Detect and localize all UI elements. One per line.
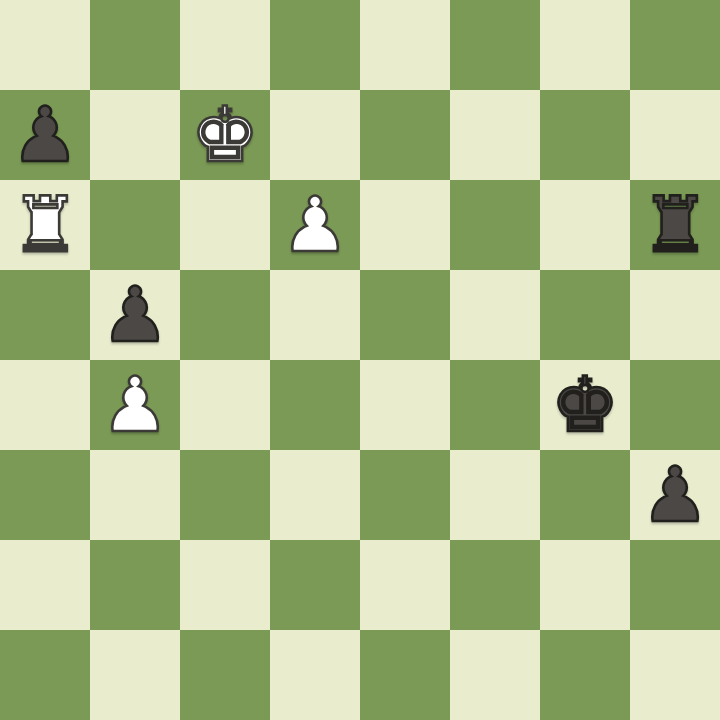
black-pawn[interactable]: ♟	[90, 270, 180, 360]
square-h5[interactable]	[630, 270, 720, 360]
square-f5[interactable]	[450, 270, 540, 360]
square-b7[interactable]	[90, 90, 180, 180]
square-a8[interactable]	[0, 0, 90, 90]
square-e6[interactable]	[360, 180, 450, 270]
square-a2[interactable]	[0, 540, 90, 630]
square-d3[interactable]	[270, 450, 360, 540]
square-a1[interactable]	[0, 630, 90, 720]
square-a6[interactable]: ♜	[0, 180, 90, 270]
square-b5[interactable]: ♟	[90, 270, 180, 360]
square-h3[interactable]: ♟	[630, 450, 720, 540]
square-e5[interactable]	[360, 270, 450, 360]
square-b8[interactable]	[90, 0, 180, 90]
square-a3[interactable]	[0, 450, 90, 540]
square-e7[interactable]	[360, 90, 450, 180]
square-b2[interactable]	[90, 540, 180, 630]
square-d1[interactable]	[270, 630, 360, 720]
square-a5[interactable]	[0, 270, 90, 360]
square-h7[interactable]	[630, 90, 720, 180]
square-h1[interactable]	[630, 630, 720, 720]
square-d5[interactable]	[270, 270, 360, 360]
square-g1[interactable]	[540, 630, 630, 720]
square-b6[interactable]	[90, 180, 180, 270]
square-f7[interactable]	[450, 90, 540, 180]
square-e1[interactable]	[360, 630, 450, 720]
square-g7[interactable]	[540, 90, 630, 180]
square-a4[interactable]	[0, 360, 90, 450]
square-g8[interactable]	[540, 0, 630, 90]
square-f2[interactable]	[450, 540, 540, 630]
square-h4[interactable]	[630, 360, 720, 450]
square-f6[interactable]	[450, 180, 540, 270]
square-c7[interactable]: ♚	[180, 90, 270, 180]
square-g6[interactable]	[540, 180, 630, 270]
square-f1[interactable]	[450, 630, 540, 720]
square-h8[interactable]	[630, 0, 720, 90]
square-f3[interactable]	[450, 450, 540, 540]
white-rook[interactable]: ♜	[0, 180, 90, 270]
square-c4[interactable]	[180, 360, 270, 450]
square-c2[interactable]	[180, 540, 270, 630]
square-e4[interactable]	[360, 360, 450, 450]
white-pawn[interactable]: ♟	[90, 360, 180, 450]
square-c1[interactable]	[180, 630, 270, 720]
square-c8[interactable]	[180, 0, 270, 90]
square-g2[interactable]	[540, 540, 630, 630]
square-d6[interactable]: ♟	[270, 180, 360, 270]
square-e2[interactable]	[360, 540, 450, 630]
square-g4[interactable]: ♚	[540, 360, 630, 450]
square-g5[interactable]	[540, 270, 630, 360]
square-d7[interactable]	[270, 90, 360, 180]
square-b1[interactable]	[90, 630, 180, 720]
square-f8[interactable]	[450, 0, 540, 90]
square-d4[interactable]	[270, 360, 360, 450]
square-h6[interactable]: ♜	[630, 180, 720, 270]
square-c6[interactable]	[180, 180, 270, 270]
square-d8[interactable]	[270, 0, 360, 90]
square-a7[interactable]: ♟	[0, 90, 90, 180]
black-king[interactable]: ♚	[540, 360, 630, 450]
black-rook[interactable]: ♜	[630, 180, 720, 270]
square-d2[interactable]	[270, 540, 360, 630]
chess-board: ♟♚♜♟♜♟♟♚♟	[0, 0, 720, 720]
square-e3[interactable]	[360, 450, 450, 540]
white-pawn[interactable]: ♟	[270, 180, 360, 270]
white-king[interactable]: ♚	[180, 90, 270, 180]
black-pawn[interactable]: ♟	[630, 450, 720, 540]
square-b4[interactable]: ♟	[90, 360, 180, 450]
square-f4[interactable]	[450, 360, 540, 450]
square-c3[interactable]	[180, 450, 270, 540]
square-b3[interactable]	[90, 450, 180, 540]
square-c5[interactable]	[180, 270, 270, 360]
square-g3[interactable]	[540, 450, 630, 540]
black-pawn[interactable]: ♟	[0, 90, 90, 180]
square-h2[interactable]	[630, 540, 720, 630]
square-e8[interactable]	[360, 0, 450, 90]
